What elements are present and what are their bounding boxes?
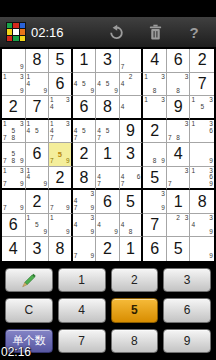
pencil-mark-1: 1	[27, 215, 31, 222]
pencil-mark-1: 1	[191, 97, 195, 104]
cell-r9c1[interactable]: 4	[2, 237, 26, 261]
pencil-mark-7: 7	[74, 135, 78, 142]
cell-r2c7[interactable]: 138	[143, 73, 167, 97]
cell-value: 4	[174, 145, 183, 163]
cell-r1c1[interactable]: 9	[2, 49, 26, 73]
pencil-marks: 13578	[2, 120, 25, 143]
cell-r2c4[interactable]: 459	[73, 73, 97, 97]
pencil-mark-3: 3	[66, 121, 70, 128]
cell-value: 4	[150, 51, 159, 69]
pencil-mark-8: 8	[176, 135, 180, 142]
cell-value: 5	[150, 169, 159, 187]
pencil-mark-7: 7	[50, 158, 54, 165]
pencil-mark-5: 5	[82, 128, 86, 135]
pencil-mark-4: 4	[121, 104, 125, 111]
pencil-mark-9: 9	[91, 229, 95, 236]
cell-r5c2[interactable]: 6	[26, 143, 50, 167]
pencil-mark-4: 4	[121, 222, 125, 229]
pencil-marks: 1347	[49, 120, 71, 143]
cell-r5c7[interactable]: 89	[143, 143, 167, 167]
cell-r5c3[interactable]: 579	[49, 143, 73, 167]
pencil-mark-8: 8	[176, 88, 180, 95]
pencil-marks: 1379	[2, 167, 25, 189]
cell-value: 6	[9, 216, 18, 234]
cell-r2c3[interactable]: 6	[49, 73, 73, 97]
pencil-mark-3: 3	[209, 97, 213, 104]
pencil-mark-9: 9	[114, 229, 118, 236]
pencil-marks: 19	[49, 214, 71, 237]
pencil-mark-9: 9	[43, 88, 47, 95]
pencil-mark-9: 9	[114, 88, 118, 95]
cell-r4c7[interactable]: 2	[143, 120, 167, 144]
cell-r5c1[interactable]: 5789	[2, 143, 26, 167]
cell-r5c8[interactable]: 4	[167, 143, 191, 167]
cell-value: 2	[79, 145, 88, 163]
pencil-mark-3: 3	[20, 168, 24, 175]
pencil-marks: 134	[49, 96, 71, 118]
pencil-mark-1: 1	[144, 97, 148, 104]
cell-r1c6[interactable]: 7	[120, 49, 144, 73]
pencil-mark-8: 8	[11, 158, 15, 165]
pencil-marks: 349	[73, 214, 96, 237]
pencil-mark-1: 1	[3, 121, 7, 128]
cell-value: 5	[174, 240, 183, 258]
top-bar: 02:16 ?	[0, 17, 216, 47]
pencil-marks: 79	[73, 237, 96, 261]
pencil-mark-4: 4	[27, 174, 31, 181]
timer: 02:16	[31, 25, 64, 40]
pencil-mark-7: 7	[3, 181, 7, 188]
pencil-mark-7: 7	[74, 253, 78, 260]
pencil-mark-5: 5	[58, 151, 62, 159]
cell-r9c9[interactable]: 9	[190, 237, 214, 261]
pencil-marks: 349	[190, 214, 214, 237]
pencil-marks: 48	[120, 214, 142, 237]
pencil-mark-1: 1	[191, 121, 195, 128]
pencil-mark-1: 1	[144, 74, 148, 81]
cell-value: 7	[150, 216, 159, 234]
pencil-marks: 459	[96, 73, 119, 96]
pencil-marks: 47	[96, 167, 119, 189]
cell-value: 1	[126, 240, 135, 258]
pencil-mark-7: 7	[121, 64, 125, 71]
pencil-marks: 49	[96, 214, 119, 237]
pencil-mark-7: 7	[121, 181, 125, 188]
cell-r3c8[interactable]: 9	[167, 96, 191, 120]
cell-r4c2[interactable]: 145	[26, 120, 50, 144]
cell-r3c4[interactable]: 6	[73, 96, 97, 120]
pencil-mark-4: 4	[74, 81, 78, 88]
pencil-mark-4: 4	[27, 128, 31, 135]
pencil-marks: 79	[49, 190, 71, 213]
pencil-mark-5: 5	[82, 81, 86, 88]
cell-r7c7[interactable]: 39	[143, 190, 167, 214]
pencil-mark-7: 7	[168, 181, 172, 188]
cell-r6c7[interactable]: 5	[143, 167, 167, 191]
digit-2-button[interactable]: 2	[111, 268, 159, 292]
cell-value: 6	[103, 193, 112, 211]
undo-icon[interactable]	[107, 23, 125, 41]
digit-9-button[interactable]: 9	[163, 329, 211, 353]
digit-4-button[interactable]: 4	[58, 298, 106, 322]
cell-r8c9[interactable]: 349	[190, 214, 214, 238]
cell-r5c6[interactable]: 3	[120, 143, 144, 167]
pencil-marks: 457	[96, 120, 119, 143]
cell-value: 9	[174, 98, 183, 116]
pencil-mark-9: 9	[66, 205, 70, 212]
pencil-mark-8: 8	[11, 135, 15, 142]
cell-r6c4[interactable]: 8	[73, 167, 97, 191]
cell-value: 3	[32, 240, 41, 258]
cell-value: 2	[198, 51, 207, 69]
cell-r3c6[interactable]: 4	[120, 96, 144, 120]
pencil-mark-9: 9	[20, 64, 24, 71]
pencil-mark-9: 9	[91, 88, 95, 95]
cell-r7c2[interactable]: 2	[26, 190, 50, 214]
pencil-marks: 24	[120, 73, 142, 96]
cell-r9c2[interactable]: 3	[26, 237, 50, 261]
cell-value: 5	[55, 51, 64, 69]
pencil-marks: 459	[73, 73, 96, 96]
cell-value: 8	[32, 51, 41, 69]
cell-r9c7[interactable]: 6	[143, 237, 167, 261]
pencil-marks: 149	[26, 73, 49, 96]
cell-r8c1[interactable]: 6	[2, 214, 26, 238]
cell-r9c6[interactable]: 1	[120, 237, 144, 261]
cell-value: 2	[32, 193, 41, 211]
pencil-mark-8: 8	[153, 158, 157, 165]
pencil-mark-5: 5	[106, 128, 110, 135]
cell-r8c8[interactable]: 23	[167, 214, 191, 238]
cell-value: 5	[126, 193, 135, 211]
pencil-mark-9: 9	[161, 205, 165, 212]
cell-value: 1	[79, 51, 88, 69]
cell-r1c5[interactable]: 3	[96, 49, 120, 73]
cell-r4c8[interactable]: 378	[167, 120, 191, 144]
pencil-mark-2: 2	[176, 215, 180, 222]
cell-r7c8[interactable]: 1	[167, 190, 191, 214]
cell-r4c3[interactable]: 1347	[49, 120, 73, 144]
pencil-mark-4: 4	[27, 81, 31, 88]
cell-r6c3[interactable]: 2	[49, 167, 73, 191]
pencil-mark-7: 7	[97, 181, 101, 188]
sudoku-board: 9851374621391496459459241383872713468413…	[0, 47, 216, 263]
pencil-mark-9: 9	[43, 229, 47, 236]
cell-r8c5[interactable]: 49	[96, 214, 120, 238]
pencil-mark-3: 3	[185, 168, 189, 175]
cell-r8c4[interactable]: 349	[73, 214, 97, 238]
pencil-mark-3: 3	[161, 74, 165, 81]
cell-r1c3[interactable]: 5	[49, 49, 73, 73]
pencil-marks: 457	[73, 120, 96, 143]
pencil-mark-5: 5	[35, 128, 39, 135]
cell-value: 6	[150, 240, 159, 258]
pencil-mark-3: 3	[185, 121, 189, 128]
rubiks-cube-icon	[6, 22, 26, 42]
pencil-mark-6: 6	[137, 174, 141, 181]
pencil-mark-5: 5	[200, 104, 204, 111]
cell-value: 8	[198, 193, 207, 211]
pencil-mark-7: 7	[3, 205, 7, 212]
cell-value: 6	[79, 98, 88, 116]
cell-r4c9[interactable]: 136	[190, 120, 214, 144]
cell-r3c2[interactable]: 7	[26, 96, 50, 120]
mode-button[interactable]: 单个数	[5, 329, 53, 353]
pencil-mark-7: 7	[50, 135, 54, 142]
cell-value: 6	[32, 145, 41, 163]
cell-r6c1[interactable]: 1379	[2, 167, 26, 191]
pencil-marks: 135	[190, 96, 214, 118]
cell-value: 8	[55, 240, 64, 258]
cell-r5c5[interactable]: 1	[96, 143, 120, 167]
cell-r7c5[interactable]: 6	[96, 190, 120, 214]
pencil-marks: 579	[49, 143, 71, 166]
cell-r6c6[interactable]: 467	[120, 167, 144, 191]
cell-r3c3[interactable]: 134	[49, 96, 73, 120]
status-bar	[0, 0, 216, 17]
pencil-mark-3: 3	[66, 97, 70, 104]
cell-r8c2[interactable]: 159	[26, 214, 50, 238]
action-buttons: ?	[107, 23, 210, 41]
pencil-mark-7: 7	[50, 205, 54, 212]
cell-r9c8[interactable]: 5	[167, 237, 191, 261]
pencil-mark-7: 7	[97, 135, 101, 142]
cell-value: 6	[174, 51, 183, 69]
pencil-mark-4: 4	[97, 222, 101, 229]
pencil-mark-3: 3	[20, 74, 24, 81]
pencil-marks: 149	[26, 167, 49, 189]
cell-r7c6[interactable]: 5	[120, 190, 144, 214]
digit-3-button[interactable]: 3	[163, 268, 211, 292]
cell-value: 9	[126, 122, 135, 140]
pencil-marks: 159	[26, 214, 49, 237]
cell-r6c2[interactable]: 149	[26, 167, 50, 191]
pencil-mark-9: 9	[209, 253, 213, 260]
pencil-mark-3: 3	[91, 191, 95, 198]
cell-r2c9[interactable]: 7	[190, 73, 214, 97]
cell-r1c9[interactable]: 2	[190, 49, 214, 73]
cell-r2c1[interactable]: 139	[2, 73, 26, 97]
cell-r4c5[interactable]: 457	[96, 120, 120, 144]
cell-r3c9[interactable]: 135	[190, 96, 214, 120]
pencil-mark-1: 1	[3, 74, 7, 81]
pencil-marks: 378	[167, 120, 190, 143]
pencil-mark-4: 4	[97, 81, 101, 88]
cell-r9c3[interactable]: 8	[49, 237, 73, 261]
cell-r8c3[interactable]: 19	[49, 214, 73, 238]
pencil-icon	[20, 271, 38, 289]
pencil-mark-2: 2	[129, 74, 133, 81]
pencil-marks: 7	[120, 49, 142, 72]
cell-r7c1[interactable]: 79	[2, 190, 26, 214]
help-icon[interactable]: ?	[185, 23, 203, 41]
pencil-marks: 136	[190, 120, 214, 143]
cell-r5c9[interactable]: 9	[190, 143, 214, 167]
pencil-mark-3: 3	[91, 215, 95, 222]
pencil-mark-9: 9	[91, 253, 95, 260]
cell-r6c5[interactable]: 47	[96, 167, 120, 191]
pencil-mark-4: 4	[74, 222, 78, 229]
cell-r4c4[interactable]: 457	[73, 120, 97, 144]
cell-r6c8[interactable]: 37	[167, 167, 191, 191]
pencil-marks: 5789	[2, 143, 25, 166]
pencil-mark-6: 6	[209, 128, 213, 135]
pencil-mark-9: 9	[161, 158, 165, 165]
cell-value: 4	[9, 240, 18, 258]
pencil-mark-3: 3	[185, 215, 189, 222]
cell-r1c7[interactable]: 4	[143, 49, 167, 73]
cell-r8c7[interactable]: 7	[143, 214, 167, 238]
pencil-mark-3: 3	[161, 97, 165, 104]
pencil-mark-3: 3	[185, 74, 189, 81]
pencil-marks: 37	[167, 167, 190, 189]
cell-r8c6[interactable]: 48	[120, 214, 144, 238]
pencil-mark-4: 4	[191, 222, 195, 229]
pencil-marks: 4	[120, 96, 142, 118]
pencil-mark-4: 4	[121, 81, 125, 88]
cell-r5c4[interactable]: 2	[73, 143, 97, 167]
pencil-mark-9: 9	[20, 205, 24, 212]
cell-value: 8	[103, 98, 112, 116]
pencil-marks: 39	[143, 190, 166, 213]
cell-value: 2	[9, 98, 18, 116]
pencil-mark-7: 7	[3, 158, 7, 165]
pencil-mark-9: 9	[209, 181, 213, 188]
pencil-mark-9: 9	[66, 158, 70, 165]
keypad: 123C456单个数789	[0, 263, 216, 360]
pencil-mark-7: 7	[168, 135, 172, 142]
cell-value: 2	[55, 169, 64, 187]
pencil-marks: 3479	[73, 190, 96, 213]
pencil-mark-9: 9	[66, 229, 70, 236]
pencil-mark-7: 7	[74, 205, 78, 212]
pencil-marks: 13	[143, 96, 166, 118]
pencil-mark-3: 3	[20, 121, 24, 128]
cell-value: 1	[103, 145, 112, 163]
pencil-marks: 138	[143, 73, 166, 96]
pencil-mark-9: 9	[43, 181, 47, 188]
cell-r9c4[interactable]: 79	[73, 237, 97, 261]
pencil-mark-8: 8	[129, 229, 133, 236]
cell-value: 3	[126, 145, 135, 163]
pencil-mark-1: 1	[3, 168, 7, 175]
cell-value: 2	[103, 240, 112, 258]
pencil-mark-9: 9	[20, 181, 24, 188]
cell-value: 6	[55, 75, 64, 93]
cell-r1c8[interactable]: 6	[167, 49, 191, 73]
cell-r3c5[interactable]: 8	[96, 96, 120, 120]
pencil-mark-3: 3	[161, 191, 165, 198]
digit-5-button[interactable]: 5	[111, 298, 159, 322]
pencil-mark-5: 5	[106, 81, 110, 88]
cell-r3c7[interactable]: 13	[143, 96, 167, 120]
cell-r6c9[interactable]: 1369	[190, 167, 214, 191]
pencil-mark-8: 8	[153, 88, 157, 95]
digit-7-button[interactable]: 7	[58, 329, 106, 353]
pencil-marks: 9	[190, 237, 214, 261]
pencil-marks: 89	[143, 143, 166, 166]
cell-r2c6[interactable]: 24	[120, 73, 144, 97]
sudoku-app: 02:16 ? 98513746213914964594592413838	[0, 0, 216, 360]
pencil-button[interactable]	[5, 268, 53, 292]
pencil-mark-9: 9	[209, 158, 213, 165]
pencil-mark-1: 1	[50, 215, 54, 222]
pencil-mark-7: 7	[3, 135, 7, 142]
cell-r4c6[interactable]: 9	[120, 120, 144, 144]
cell-r9c5[interactable]: 2	[96, 237, 120, 261]
pencil-marks: 9	[190, 143, 214, 166]
clear-button[interactable]: C	[5, 298, 53, 322]
cell-value: 7	[32, 98, 41, 116]
cell-r2c8[interactable]: 38	[167, 73, 191, 97]
cell-value: 8	[79, 169, 88, 187]
pencil-mark-3: 3	[209, 215, 213, 222]
cell-r2c2[interactable]: 149	[26, 73, 50, 97]
cell-r3c1[interactable]: 2	[2, 96, 26, 120]
cell-r7c3[interactable]: 79	[49, 190, 73, 214]
cell-r1c4[interactable]: 1	[73, 49, 97, 73]
cell-r7c4[interactable]: 3479	[73, 190, 97, 214]
cell-value: 7	[198, 75, 207, 93]
pencil-marks: 145	[26, 120, 49, 143]
cell-value: 2	[150, 122, 159, 140]
digit-6-button[interactable]: 6	[163, 298, 211, 322]
pencil-marks: 38	[167, 73, 190, 96]
pencil-mark-4: 4	[50, 104, 54, 111]
pencil-marks: 23	[167, 214, 190, 237]
cell-r7c9[interactable]: 8	[190, 190, 214, 214]
pencil-mark-1: 1	[191, 168, 195, 175]
pencil-marks: 139	[2, 73, 25, 96]
cell-r4c1[interactable]: 13578	[2, 120, 26, 144]
pencil-mark-5: 5	[35, 222, 39, 229]
pencil-marks: 467	[120, 167, 142, 189]
cell-r1c2[interactable]: 8	[26, 49, 50, 73]
pencil-mark-9: 9	[20, 88, 24, 95]
cell-value: 3	[103, 51, 112, 69]
trash-icon[interactable]	[146, 23, 164, 41]
digit-8-button[interactable]: 8	[111, 329, 159, 353]
pencil-mark-9: 9	[91, 205, 95, 212]
pencil-marks: 1369	[190, 167, 214, 189]
pencil-marks: 9	[2, 49, 25, 72]
pencil-mark-9: 9	[20, 158, 24, 165]
pencil-mark-9: 9	[209, 229, 213, 236]
cell-r2c5[interactable]: 459	[96, 73, 120, 97]
cell-value: 1	[174, 193, 183, 211]
pencil-marks: 79	[2, 190, 25, 213]
digit-1-button[interactable]: 1	[58, 268, 106, 292]
